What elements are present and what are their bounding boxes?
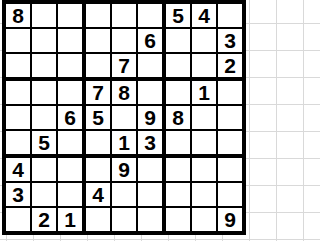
cell-r5c7[interactable]: 8 xyxy=(166,106,192,131)
cell-r8c8[interactable] xyxy=(192,183,218,208)
cell-r6c5[interactable]: 1 xyxy=(112,131,138,158)
cell-r1c6[interactable] xyxy=(138,4,166,29)
cell-r9c6[interactable] xyxy=(138,208,166,231)
cell-r6c7[interactable] xyxy=(166,131,192,158)
cell-r6c6[interactable]: 3 xyxy=(138,131,166,158)
cell-r9c5[interactable] xyxy=(112,208,138,231)
cell-r9c8[interactable] xyxy=(192,208,218,231)
cell-r7c7[interactable] xyxy=(166,158,192,183)
cell-r4c1[interactable] xyxy=(6,81,32,106)
cell-r7c4[interactable] xyxy=(86,158,112,183)
cell-r8c2[interactable] xyxy=(32,183,58,208)
cell-r9c4[interactable] xyxy=(86,208,112,231)
cell-r5c9[interactable] xyxy=(218,106,242,131)
cell-r7c2[interactable] xyxy=(32,158,58,183)
cell-r4c8[interactable]: 1 xyxy=(192,81,218,106)
cell-r4c7[interactable] xyxy=(166,81,192,106)
cell-r3c6[interactable] xyxy=(138,54,166,81)
cell-r6c4[interactable] xyxy=(86,131,112,158)
cell-r2c4[interactable] xyxy=(86,29,112,54)
cell-r3c9[interactable]: 2 xyxy=(218,54,242,81)
cell-r4c2[interactable] xyxy=(32,81,58,106)
cell-r1c8[interactable]: 4 xyxy=(192,4,218,29)
cell-r9c2[interactable]: 2 xyxy=(32,208,58,231)
cell-r5c5[interactable] xyxy=(112,106,138,131)
cell-r4c4[interactable]: 7 xyxy=(86,81,112,106)
cell-r6c8[interactable] xyxy=(192,131,218,158)
cell-r5c3[interactable]: 6 xyxy=(58,106,86,131)
cell-r6c9[interactable] xyxy=(218,131,242,158)
cell-r5c2[interactable] xyxy=(32,106,58,131)
cell-r7c6[interactable] xyxy=(138,158,166,183)
cell-r8c9[interactable] xyxy=(218,183,242,208)
cell-r8c3[interactable] xyxy=(58,183,86,208)
cell-r1c4[interactable] xyxy=(86,4,112,29)
cell-r2c2[interactable] xyxy=(32,29,58,54)
cell-r1c9[interactable] xyxy=(218,4,242,29)
cell-r9c3[interactable]: 1 xyxy=(58,208,86,231)
cell-r3c5[interactable]: 7 xyxy=(112,54,138,81)
cell-r2c5[interactable] xyxy=(112,29,138,54)
cell-r6c1[interactable] xyxy=(6,131,32,158)
cell-r7c5[interactable]: 9 xyxy=(112,158,138,183)
cell-r1c1[interactable]: 8 xyxy=(6,4,32,29)
cell-r8c7[interactable] xyxy=(166,183,192,208)
cell-r3c3[interactable] xyxy=(58,54,86,81)
cell-r4c3[interactable] xyxy=(58,81,86,106)
cell-r5c1[interactable] xyxy=(6,106,32,131)
cell-r8c6[interactable] xyxy=(138,183,166,208)
cell-r4c6[interactable] xyxy=(138,81,166,106)
sudoku-board: 854637278165985134934219 xyxy=(2,0,246,235)
cell-r5c4[interactable]: 5 xyxy=(86,106,112,131)
cell-r3c4[interactable] xyxy=(86,54,112,81)
cell-r1c3[interactable] xyxy=(58,4,86,29)
cell-r5c8[interactable] xyxy=(192,106,218,131)
cell-r3c8[interactable] xyxy=(192,54,218,81)
cell-r2c8[interactable] xyxy=(192,29,218,54)
cell-r6c3[interactable] xyxy=(58,131,86,158)
spreadsheet-background: { "game": "sudoku", "position": "8000005… xyxy=(0,0,251,241)
cell-r1c5[interactable] xyxy=(112,4,138,29)
cell-r3c1[interactable] xyxy=(6,54,32,81)
cell-r8c5[interactable] xyxy=(112,183,138,208)
cell-r1c2[interactable] xyxy=(32,4,58,29)
cell-r4c5[interactable]: 8 xyxy=(112,81,138,106)
cell-r2c6[interactable]: 6 xyxy=(138,29,166,54)
cell-r9c9[interactable]: 9 xyxy=(218,208,242,231)
cell-r8c1[interactable]: 3 xyxy=(6,183,32,208)
cell-r9c7[interactable] xyxy=(166,208,192,231)
cell-r2c7[interactable] xyxy=(166,29,192,54)
cell-r2c1[interactable] xyxy=(6,29,32,54)
cell-r2c3[interactable] xyxy=(58,29,86,54)
cell-r8c4[interactable]: 4 xyxy=(86,183,112,208)
cell-r7c9[interactable] xyxy=(218,158,242,183)
cell-r5c6[interactable]: 9 xyxy=(138,106,166,131)
cell-r7c8[interactable] xyxy=(192,158,218,183)
cell-r3c2[interactable] xyxy=(32,54,58,81)
cell-r9c1[interactable] xyxy=(6,208,32,231)
cell-r3c7[interactable] xyxy=(166,54,192,81)
cell-r2c9[interactable]: 3 xyxy=(218,29,242,54)
cell-r6c2[interactable]: 5 xyxy=(32,131,58,158)
cell-r1c7[interactable]: 5 xyxy=(166,4,192,29)
cell-r4c9[interactable] xyxy=(218,81,242,106)
cell-r7c1[interactable]: 4 xyxy=(6,158,32,183)
cell-r7c3[interactable] xyxy=(58,158,86,183)
